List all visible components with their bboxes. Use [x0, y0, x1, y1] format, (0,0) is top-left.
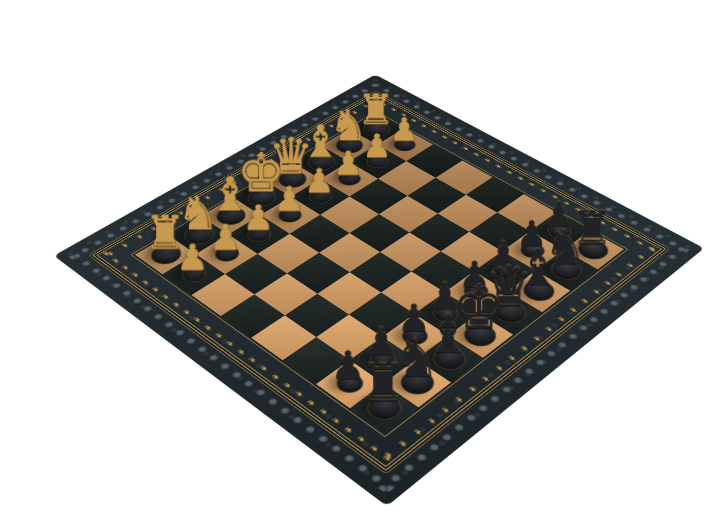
egyptian-chess-set-photo: ❧ ❧ ❧ ❧ ❧ ❧ ❧ ❧ ❧ ❧ ❧ ❧ ❧ ❧ ❧ ❧ ❧ ❧ ❧ ❧ … [0, 0, 720, 514]
white-pawn-glyph: ♟ [210, 221, 241, 254]
chess-board-3d: ❧ ❧ ❧ ❧ ❧ ❧ ❧ ❧ ❧ ❧ ❧ ❧ ❧ ❧ ❧ ❧ ❧ ❧ ❧ ❧ … [54, 75, 704, 507]
board-frame: ❧ ❧ ❧ ❧ ❧ ❧ ❧ ❧ ❧ ❧ ❧ ❧ ❧ ❧ ❧ ❧ ❧ ❧ ❧ ❧ … [54, 75, 704, 507]
black-rook-glyph: ♜ [359, 359, 406, 409]
white-pawn-glyph: ♟ [176, 241, 208, 275]
